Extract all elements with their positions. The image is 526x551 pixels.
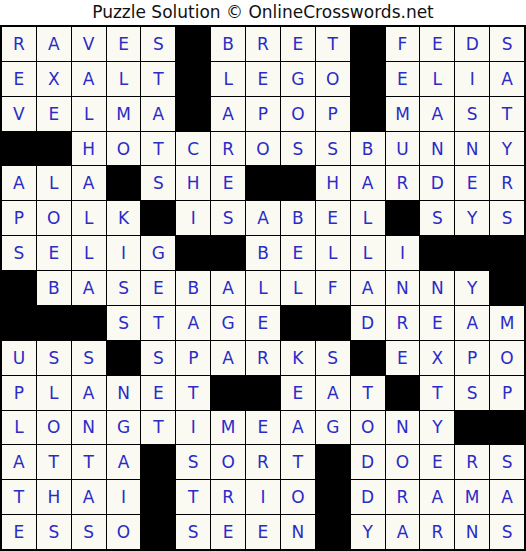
letter-cell[interactable]: S xyxy=(455,97,489,131)
letter-cell[interactable]: R xyxy=(246,445,280,479)
black-cell xyxy=(141,515,175,549)
black-cell xyxy=(141,201,175,235)
letter-cell[interactable]: S xyxy=(455,376,489,410)
letter-cell[interactable]: V xyxy=(2,97,36,131)
letter-cell[interactable]: O xyxy=(386,445,420,479)
letter-cell[interactable]: L xyxy=(351,201,385,235)
letter-cell[interactable]: S xyxy=(420,201,454,235)
letter-cell[interactable]: R xyxy=(246,27,280,61)
letter-cell[interactable]: S xyxy=(2,236,36,270)
letter-cell[interactable]: S xyxy=(490,201,524,235)
page-title: Puzzle Solution © OnlineCrosswords.net xyxy=(0,0,526,25)
letter-cell[interactable]: E xyxy=(37,97,71,131)
letter-cell[interactable]: S xyxy=(176,445,210,479)
letter-cell[interactable]: A xyxy=(2,166,36,200)
letter-cell[interactable]: A xyxy=(281,411,315,445)
letter-cell[interactable]: S xyxy=(37,341,71,375)
letter-cell[interactable]: M xyxy=(386,97,420,131)
letter-cell[interactable]: E xyxy=(246,411,280,445)
letter-cell[interactable]: R xyxy=(211,480,245,514)
letter-cell[interactable]: B xyxy=(246,236,280,270)
letter-cell[interactable]: R xyxy=(420,515,454,549)
letter-cell[interactable]: T xyxy=(420,376,454,410)
black-cell xyxy=(351,27,385,61)
black-cell xyxy=(386,376,420,410)
letter-cell[interactable]: H xyxy=(72,132,106,166)
letter-cell[interactable]: S xyxy=(141,166,175,200)
letter-cell[interactable]: L xyxy=(37,376,71,410)
letter-cell[interactable]: P xyxy=(316,97,350,131)
letter-cell[interactable]: H xyxy=(316,166,350,200)
letter-cell[interactable]: E xyxy=(420,306,454,340)
letter-cell[interactable]: U xyxy=(386,132,420,166)
letter-cell[interactable]: N xyxy=(386,271,420,305)
letter-cell[interactable]: O xyxy=(281,480,315,514)
letter-cell[interactable]: S xyxy=(490,515,524,549)
letter-cell[interactable]: M xyxy=(455,480,489,514)
letter-cell[interactable]: E xyxy=(281,236,315,270)
letter-cell[interactable]: E xyxy=(386,62,420,96)
letter-cell[interactable]: P xyxy=(490,376,524,410)
letter-cell[interactable]: Y xyxy=(420,411,454,445)
letter-cell[interactable]: S xyxy=(490,27,524,61)
letter-cell[interactable]: N xyxy=(72,411,106,445)
letter-cell[interactable]: M xyxy=(490,306,524,340)
letter-cell[interactable]: N xyxy=(420,132,454,166)
black-cell xyxy=(455,236,489,270)
letter-cell[interactable]: L xyxy=(37,166,71,200)
letter-cell[interactable]: R xyxy=(211,132,245,166)
letter-cell[interactable]: S xyxy=(211,201,245,235)
black-cell xyxy=(37,132,71,166)
letter-cell[interactable]: E xyxy=(141,271,175,305)
letter-cell[interactable]: T xyxy=(37,445,71,479)
black-cell xyxy=(490,411,524,445)
letter-cell[interactable]: A xyxy=(72,62,106,96)
letter-cell[interactable]: G xyxy=(141,236,175,270)
letter-cell[interactable]: N xyxy=(455,132,489,166)
letter-cell[interactable]: G xyxy=(281,62,315,96)
letter-cell[interactable]: T xyxy=(316,27,350,61)
letter-cell[interactable]: C xyxy=(176,132,210,166)
letter-cell[interactable]: S xyxy=(281,132,315,166)
letter-cell[interactable]: A xyxy=(211,97,245,131)
letter-cell[interactable]: O xyxy=(490,341,524,375)
letter-cell[interactable]: S xyxy=(72,515,106,549)
letter-cell[interactable]: X xyxy=(420,341,454,375)
letter-cell[interactable]: S xyxy=(176,515,210,549)
letter-cell[interactable]: A xyxy=(420,480,454,514)
black-cell xyxy=(107,341,141,375)
letter-cell[interactable]: T xyxy=(72,445,106,479)
letter-cell[interactable]: O xyxy=(107,515,141,549)
letter-cell[interactable]: A xyxy=(420,97,454,131)
letter-cell[interactable]: E xyxy=(211,515,245,549)
black-cell xyxy=(141,480,175,514)
letter-cell[interactable]: S xyxy=(37,515,71,549)
black-cell xyxy=(176,97,210,131)
black-cell xyxy=(490,236,524,270)
letter-cell[interactable]: I xyxy=(246,480,280,514)
letter-cell[interactable]: I xyxy=(455,62,489,96)
letter-cell[interactable]: I xyxy=(107,480,141,514)
letter-cell[interactable]: O xyxy=(37,411,71,445)
letter-cell[interactable]: S xyxy=(107,271,141,305)
letter-cell[interactable]: U xyxy=(2,341,36,375)
letter-cell[interactable]: T xyxy=(2,480,36,514)
letter-cell[interactable]: V xyxy=(72,27,106,61)
letter-cell[interactable]: F xyxy=(386,27,420,61)
letter-cell[interactable]: D xyxy=(455,27,489,61)
letter-cell[interactable]: K xyxy=(281,341,315,375)
letter-cell[interactable]: L xyxy=(72,236,106,270)
letter-cell[interactable]: E xyxy=(246,515,280,549)
letter-cell[interactable]: R xyxy=(386,166,420,200)
black-cell xyxy=(211,376,245,410)
letter-cell[interactable]: A xyxy=(107,445,141,479)
letter-cell[interactable]: I xyxy=(176,411,210,445)
letter-cell[interactable]: I xyxy=(386,236,420,270)
letter-cell[interactable]: A xyxy=(72,166,106,200)
black-cell xyxy=(2,306,36,340)
black-cell xyxy=(351,62,385,96)
letter-cell[interactable]: R xyxy=(386,480,420,514)
letter-cell[interactable]: T xyxy=(141,411,175,445)
black-cell xyxy=(176,62,210,96)
letter-cell[interactable]: P xyxy=(246,97,280,131)
letter-cell[interactable]: M xyxy=(211,411,245,445)
letter-cell[interactable]: E xyxy=(246,306,280,340)
letter-cell[interactable]: L xyxy=(420,62,454,96)
letter-cell[interactable]: O xyxy=(281,97,315,131)
letter-cell[interactable]: R xyxy=(2,27,36,61)
letter-cell[interactable]: A xyxy=(72,271,106,305)
letter-cell[interactable]: B xyxy=(211,27,245,61)
letter-cell[interactable]: T xyxy=(141,306,175,340)
black-cell xyxy=(72,306,106,340)
letter-cell[interactable]: B xyxy=(176,271,210,305)
letter-cell[interactable]: N xyxy=(107,376,141,410)
letter-cell[interactable]: S xyxy=(490,445,524,479)
black-cell xyxy=(420,236,454,270)
letter-cell[interactable]: E xyxy=(281,27,315,61)
letter-cell[interactable]: X xyxy=(37,62,71,96)
letter-cell[interactable]: T xyxy=(141,62,175,96)
black-cell xyxy=(281,306,315,340)
letter-cell[interactable]: T xyxy=(490,97,524,131)
black-cell xyxy=(2,132,36,166)
letter-cell[interactable]: G xyxy=(211,306,245,340)
black-cell xyxy=(107,166,141,200)
letter-cell[interactable]: A xyxy=(141,97,175,131)
black-cell xyxy=(351,97,385,131)
letter-cell[interactable]: E xyxy=(420,445,454,479)
letter-cell[interactable]: S xyxy=(316,132,350,166)
letter-cell[interactable]: T xyxy=(351,376,385,410)
letter-cell[interactable]: B xyxy=(37,271,71,305)
letter-cell[interactable]: M xyxy=(107,97,141,131)
letter-cell[interactable]: O xyxy=(211,445,245,479)
letter-cell[interactable]: F xyxy=(316,271,350,305)
black-cell xyxy=(211,236,245,270)
letter-cell[interactable]: A xyxy=(455,306,489,340)
letter-cell[interactable]: O xyxy=(246,132,280,166)
letter-cell[interactable]: A xyxy=(246,201,280,235)
black-cell xyxy=(316,480,350,514)
letter-cell[interactable]: A xyxy=(2,445,36,479)
letter-cell[interactable]: A xyxy=(72,376,106,410)
letter-cell[interactable]: D xyxy=(351,480,385,514)
black-cell xyxy=(246,376,280,410)
letter-cell[interactable]: E xyxy=(2,62,36,96)
letter-cell[interactable]: T xyxy=(176,376,210,410)
letter-cell[interactable]: L xyxy=(281,271,315,305)
letter-cell[interactable]: A xyxy=(176,306,210,340)
black-cell xyxy=(316,445,350,479)
black-cell xyxy=(316,515,350,549)
letter-cell[interactable]: S xyxy=(141,341,175,375)
letter-cell[interactable]: E xyxy=(455,166,489,200)
letter-cell[interactable]: A xyxy=(37,27,71,61)
letter-cell[interactable]: N xyxy=(386,411,420,445)
letter-cell[interactable]: S xyxy=(72,341,106,375)
black-cell xyxy=(490,271,524,305)
letter-cell[interactable]: A xyxy=(386,515,420,549)
letter-cell[interactable]: D xyxy=(351,445,385,479)
letter-cell[interactable]: L xyxy=(72,201,106,235)
letter-cell[interactable]: O xyxy=(351,411,385,445)
letter-cell[interactable]: D xyxy=(420,166,454,200)
letter-cell[interactable]: N xyxy=(281,515,315,549)
letter-cell[interactable]: E xyxy=(246,62,280,96)
letter-cell[interactable]: B xyxy=(281,201,315,235)
letter-cell[interactable]: H xyxy=(176,166,210,200)
letter-cell[interactable]: P xyxy=(2,376,36,410)
letter-cell[interactable]: A xyxy=(490,480,524,514)
black-cell xyxy=(176,27,210,61)
letter-cell[interactable]: E xyxy=(2,515,36,549)
letter-cell[interactable]: A xyxy=(351,271,385,305)
letter-cell[interactable]: R xyxy=(246,341,280,375)
letter-cell[interactable]: R xyxy=(455,445,489,479)
letter-cell[interactable]: Y xyxy=(490,132,524,166)
letter-cell[interactable]: E xyxy=(211,166,245,200)
letter-cell[interactable]: A xyxy=(316,376,350,410)
letter-cell[interactable]: P xyxy=(2,201,36,235)
letter-cell[interactable]: E xyxy=(420,27,454,61)
letter-cell[interactable]: R xyxy=(490,166,524,200)
letter-cell[interactable]: E xyxy=(141,376,175,410)
letter-cell[interactable]: S xyxy=(107,306,141,340)
black-cell xyxy=(281,166,315,200)
letter-cell[interactable]: L xyxy=(351,236,385,270)
letter-cell[interactable]: A xyxy=(351,166,385,200)
black-cell xyxy=(37,306,71,340)
letter-cell[interactable]: Y xyxy=(455,201,489,235)
crossword-grid: RAVESBRETFEDSEXALTLEGOELIAVELMAAPOPMASTH… xyxy=(0,25,526,551)
letter-cell[interactable]: K xyxy=(107,201,141,235)
letter-cell[interactable]: A xyxy=(211,271,245,305)
letter-cell[interactable]: L xyxy=(211,62,245,96)
letter-cell[interactable]: I xyxy=(107,236,141,270)
letter-cell[interactable]: R xyxy=(386,306,420,340)
letter-cell[interactable]: P xyxy=(176,341,210,375)
letter-cell[interactable]: D xyxy=(351,306,385,340)
letter-cell[interactable]: E xyxy=(316,201,350,235)
letter-cell[interactable]: Y xyxy=(455,271,489,305)
letter-cell[interactable]: P xyxy=(455,341,489,375)
black-cell xyxy=(386,201,420,235)
black-cell xyxy=(316,306,350,340)
letter-cell[interactable]: G xyxy=(107,411,141,445)
letter-cell[interactable]: T xyxy=(281,445,315,479)
black-cell xyxy=(351,341,385,375)
black-cell xyxy=(176,236,210,270)
letter-cell[interactable]: L xyxy=(246,271,280,305)
black-cell xyxy=(246,166,280,200)
letter-cell[interactable]: I xyxy=(176,201,210,235)
letter-cell[interactable]: A xyxy=(72,480,106,514)
letter-cell[interactable]: L xyxy=(72,97,106,131)
letter-cell[interactable]: N xyxy=(420,271,454,305)
letter-cell[interactable]: A xyxy=(211,341,245,375)
letter-cell[interactable]: E xyxy=(281,376,315,410)
letter-cell[interactable]: H xyxy=(37,480,71,514)
black-cell xyxy=(455,411,489,445)
letter-cell[interactable]: G xyxy=(316,411,350,445)
letter-cell[interactable]: L xyxy=(2,411,36,445)
letter-cell[interactable]: E xyxy=(107,27,141,61)
letter-cell[interactable]: O xyxy=(107,132,141,166)
letter-cell[interactable]: O xyxy=(316,62,350,96)
letter-cell[interactable]: L xyxy=(316,236,350,270)
letter-cell[interactable]: E xyxy=(386,341,420,375)
letter-cell[interactable]: S xyxy=(141,27,175,61)
letter-cell[interactable]: O xyxy=(37,201,71,235)
letter-cell[interactable]: T xyxy=(176,480,210,514)
letter-cell[interactable]: S xyxy=(316,341,350,375)
letter-cell[interactable]: Y xyxy=(351,515,385,549)
letter-cell[interactable]: A xyxy=(490,62,524,96)
letter-cell[interactable]: N xyxy=(455,515,489,549)
letter-cell[interactable]: E xyxy=(37,236,71,270)
letter-cell[interactable]: B xyxy=(351,132,385,166)
letter-cell[interactable]: L xyxy=(107,62,141,96)
black-cell xyxy=(141,445,175,479)
letter-cell[interactable]: T xyxy=(141,132,175,166)
black-cell xyxy=(2,271,36,305)
